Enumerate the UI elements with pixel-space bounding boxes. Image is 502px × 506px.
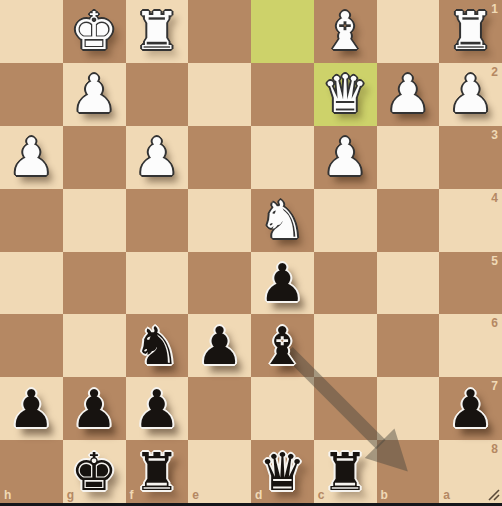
- square-c3[interactable]: ♟: [314, 126, 377, 189]
- piece-black-pawn-f7[interactable]: ♟: [126, 377, 189, 440]
- square-f1[interactable]: ♜: [126, 0, 189, 63]
- square-e7[interactable]: [188, 377, 251, 440]
- coord-rank-8: 8: [491, 442, 498, 456]
- piece-white-pawn-a2[interactable]: ♟: [439, 63, 502, 126]
- square-g1[interactable]: ♚: [63, 0, 126, 63]
- square-c5[interactable]: [314, 252, 377, 315]
- square-a2[interactable]: ♟2: [439, 63, 502, 126]
- piece-white-rook-a1[interactable]: ♜: [439, 0, 502, 63]
- piece-white-bishop-c1[interactable]: ♝: [314, 0, 377, 63]
- square-d7[interactable]: [251, 377, 314, 440]
- piece-white-pawn-b2[interactable]: ♟: [377, 63, 440, 126]
- piece-black-pawn-d5[interactable]: ♟: [251, 252, 314, 315]
- coord-file-b: b: [381, 488, 388, 502]
- square-d4[interactable]: ♞: [251, 189, 314, 252]
- square-a5[interactable]: 5: [439, 252, 502, 315]
- square-d6[interactable]: ♝: [251, 314, 314, 377]
- square-c6[interactable]: [314, 314, 377, 377]
- piece-black-rook-c8[interactable]: ♜: [314, 440, 377, 503]
- square-h6[interactable]: [0, 314, 63, 377]
- square-a7[interactable]: ♟7: [439, 377, 502, 440]
- square-b1[interactable]: [377, 0, 440, 63]
- piece-white-queen-c2[interactable]: ♛: [314, 63, 377, 126]
- square-e8[interactable]: e: [188, 440, 251, 503]
- square-g6[interactable]: [63, 314, 126, 377]
- square-d2[interactable]: [251, 63, 314, 126]
- piece-black-bishop-d6[interactable]: ♝: [251, 314, 314, 377]
- piece-black-rook-f8[interactable]: ♜: [126, 440, 189, 503]
- piece-black-pawn-g7[interactable]: ♟: [63, 377, 126, 440]
- board-grid: ♚♜♝♜1♟♛♟♟2♟♟♟3♞4♟5♞♟♝6♟♟♟♟7h♚g♜fe♛d♜cb8a: [0, 0, 502, 503]
- coord-rank-4: 4: [491, 191, 498, 205]
- square-c7[interactable]: [314, 377, 377, 440]
- square-a1[interactable]: ♜1: [439, 0, 502, 63]
- square-f5[interactable]: [126, 252, 189, 315]
- square-e3[interactable]: [188, 126, 251, 189]
- square-b2[interactable]: ♟: [377, 63, 440, 126]
- square-f8[interactable]: ♜f: [126, 440, 189, 503]
- square-b3[interactable]: [377, 126, 440, 189]
- square-f6[interactable]: ♞: [126, 314, 189, 377]
- square-g7[interactable]: ♟: [63, 377, 126, 440]
- resize-handle-line: [489, 490, 499, 500]
- square-e2[interactable]: [188, 63, 251, 126]
- square-g3[interactable]: [63, 126, 126, 189]
- square-f2[interactable]: [126, 63, 189, 126]
- piece-white-rook-f1[interactable]: ♜: [126, 0, 189, 63]
- square-d1[interactable]: [251, 0, 314, 63]
- square-e1[interactable]: [188, 0, 251, 63]
- square-c1[interactable]: ♝: [314, 0, 377, 63]
- board-resize-handle[interactable]: [486, 487, 500, 501]
- coord-file-e: e: [192, 488, 199, 502]
- coord-file-h: h: [4, 488, 11, 502]
- square-g2[interactable]: ♟: [63, 63, 126, 126]
- square-b8[interactable]: b: [377, 440, 440, 503]
- square-f7[interactable]: ♟: [126, 377, 189, 440]
- square-b7[interactable]: [377, 377, 440, 440]
- square-g4[interactable]: [63, 189, 126, 252]
- square-b4[interactable]: [377, 189, 440, 252]
- coord-rank-3: 3: [491, 128, 498, 142]
- square-h2[interactable]: [0, 63, 63, 126]
- piece-white-pawn-f3[interactable]: ♟: [126, 126, 189, 189]
- square-g5[interactable]: [63, 252, 126, 315]
- coord-rank-6: 6: [491, 316, 498, 330]
- resize-handle-line: [494, 495, 499, 500]
- square-d5[interactable]: ♟: [251, 252, 314, 315]
- square-h4[interactable]: [0, 189, 63, 252]
- coord-rank-5: 5: [491, 254, 498, 268]
- square-e5[interactable]: [188, 252, 251, 315]
- square-h8[interactable]: h: [0, 440, 63, 503]
- square-f4[interactable]: [126, 189, 189, 252]
- square-e6[interactable]: ♟: [188, 314, 251, 377]
- square-a3[interactable]: 3: [439, 126, 502, 189]
- square-c2[interactable]: ♛: [314, 63, 377, 126]
- square-e4[interactable]: [188, 189, 251, 252]
- square-c4[interactable]: [314, 189, 377, 252]
- chess-board-screenshot: ♚♜♝♜1♟♛♟♟2♟♟♟3♞4♟5♞♟♝6♟♟♟♟7h♚g♜fe♛d♜cb8a: [0, 0, 502, 506]
- square-d3[interactable]: [251, 126, 314, 189]
- square-b6[interactable]: [377, 314, 440, 377]
- piece-black-pawn-h7[interactable]: ♟: [0, 377, 63, 440]
- square-h3[interactable]: ♟: [0, 126, 63, 189]
- piece-white-pawn-g2[interactable]: ♟: [63, 63, 126, 126]
- piece-black-knight-f6[interactable]: ♞: [126, 314, 189, 377]
- square-h7[interactable]: ♟: [0, 377, 63, 440]
- square-c8[interactable]: ♜c: [314, 440, 377, 503]
- coord-file-a: a: [443, 488, 450, 502]
- square-d8[interactable]: ♛d: [251, 440, 314, 503]
- piece-white-pawn-c3[interactable]: ♟: [314, 126, 377, 189]
- square-g8[interactable]: ♚g: [63, 440, 126, 503]
- square-f3[interactable]: ♟: [126, 126, 189, 189]
- square-a6[interactable]: 6: [439, 314, 502, 377]
- piece-black-pawn-e6[interactable]: ♟: [188, 314, 251, 377]
- piece-white-king-g1[interactable]: ♚: [63, 0, 126, 63]
- piece-black-queen-d8[interactable]: ♛: [251, 440, 314, 503]
- square-b5[interactable]: [377, 252, 440, 315]
- piece-black-pawn-a7[interactable]: ♟: [439, 377, 502, 440]
- square-h1[interactable]: [0, 0, 63, 63]
- square-a4[interactable]: 4: [439, 189, 502, 252]
- piece-black-king-g8[interactable]: ♚: [63, 440, 126, 503]
- piece-white-pawn-h3[interactable]: ♟: [0, 126, 63, 189]
- square-h5[interactable]: [0, 252, 63, 315]
- piece-white-knight-d4[interactable]: ♞: [251, 189, 314, 252]
